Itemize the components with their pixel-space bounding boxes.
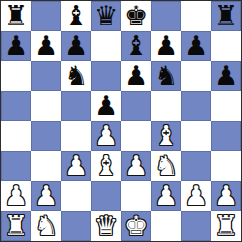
piece-black-knight[interactable]: ♞ (64, 61, 88, 91)
piece-black-queen[interactable]: ♛ (94, 1, 118, 31)
square-g8[interactable] (181, 1, 211, 31)
piece-black-pawn[interactable]: ♟ (4, 31, 28, 61)
square-c5[interactable] (61, 91, 91, 121)
piece-white-rook[interactable]: ♜ (4, 211, 28, 241)
square-e4[interactable] (121, 121, 151, 151)
square-e5[interactable] (121, 91, 151, 121)
piece-white-bishop[interactable]: ♝ (94, 151, 118, 181)
piece-black-pawn[interactable]: ♟ (94, 91, 118, 121)
square-h5[interactable] (211, 91, 241, 121)
square-h6[interactable]: ♟ (211, 61, 241, 91)
square-c2[interactable] (61, 181, 91, 211)
square-g6[interactable] (181, 61, 211, 91)
square-d8[interactable]: ♛ (91, 1, 121, 31)
square-e3[interactable]: ♟ (121, 151, 151, 181)
piece-black-pawn[interactable]: ♟ (64, 31, 88, 61)
square-c6[interactable]: ♞ (61, 61, 91, 91)
square-f1[interactable] (151, 211, 181, 241)
square-b6[interactable] (31, 61, 61, 91)
square-c3[interactable]: ♟ (61, 151, 91, 181)
square-c1[interactable] (61, 211, 91, 241)
piece-black-pawn[interactable]: ♟ (184, 31, 208, 61)
square-b7[interactable]: ♟ (31, 31, 61, 61)
square-b4[interactable] (31, 121, 61, 151)
square-f3[interactable]: ♞ (151, 151, 181, 181)
square-a3[interactable] (1, 151, 31, 181)
piece-white-pawn[interactable]: ♟ (124, 151, 148, 181)
square-f7[interactable]: ♟ (151, 31, 181, 61)
piece-black-knight[interactable]: ♞ (154, 61, 178, 91)
piece-black-king[interactable]: ♚ (124, 1, 148, 31)
square-g1[interactable] (181, 211, 211, 241)
piece-white-rook[interactable]: ♜ (214, 211, 238, 241)
square-g2[interactable]: ♟ (181, 181, 211, 211)
square-g3[interactable] (181, 151, 211, 181)
piece-white-king[interactable]: ♚ (124, 211, 148, 241)
piece-white-pawn[interactable]: ♟ (184, 181, 208, 211)
square-d3[interactable]: ♝ (91, 151, 121, 181)
square-a4[interactable] (1, 121, 31, 151)
square-b1[interactable]: ♞ (31, 211, 61, 241)
square-f4[interactable]: ♝ (151, 121, 181, 151)
square-e7[interactable]: ♝ (121, 31, 151, 61)
square-f8[interactable] (151, 1, 181, 31)
square-d6[interactable] (91, 61, 121, 91)
square-d5[interactable]: ♟ (91, 91, 121, 121)
piece-black-pawn[interactable]: ♟ (154, 31, 178, 61)
square-d7[interactable] (91, 31, 121, 61)
square-h8[interactable]: ♜ (211, 1, 241, 31)
piece-black-rook[interactable]: ♜ (214, 1, 238, 31)
square-e8[interactable]: ♚ (121, 1, 151, 31)
piece-black-pawn[interactable]: ♟ (34, 31, 58, 61)
piece-black-pawn[interactable]: ♟ (124, 61, 148, 91)
piece-black-bishop[interactable]: ♝ (124, 31, 148, 61)
piece-white-knight[interactable]: ♞ (34, 211, 58, 241)
square-g5[interactable] (181, 91, 211, 121)
piece-black-pawn[interactable]: ♟ (214, 61, 238, 91)
piece-black-rook[interactable]: ♜ (4, 1, 28, 31)
piece-white-pawn[interactable]: ♟ (64, 151, 88, 181)
square-d4[interactable]: ♟ (91, 121, 121, 151)
piece-white-pawn[interactable]: ♟ (154, 181, 178, 211)
square-g4[interactable] (181, 121, 211, 151)
piece-white-pawn[interactable]: ♟ (34, 181, 58, 211)
square-b5[interactable] (31, 91, 61, 121)
piece-white-pawn[interactable]: ♟ (4, 181, 28, 211)
piece-black-bishop[interactable]: ♝ (64, 1, 88, 31)
square-e1[interactable]: ♚ (121, 211, 151, 241)
square-c7[interactable]: ♟ (61, 31, 91, 61)
square-a2[interactable]: ♟ (1, 181, 31, 211)
piece-white-knight[interactable]: ♞ (154, 151, 178, 181)
square-g7[interactable]: ♟ (181, 31, 211, 61)
square-e6[interactable]: ♟ (121, 61, 151, 91)
piece-white-queen[interactable]: ♛ (94, 211, 118, 241)
square-c8[interactable]: ♝ (61, 1, 91, 31)
piece-white-pawn[interactable]: ♟ (94, 121, 118, 151)
square-a5[interactable] (1, 91, 31, 121)
piece-white-pawn[interactable]: ♟ (214, 181, 238, 211)
square-h1[interactable]: ♜ (211, 211, 241, 241)
square-f2[interactable]: ♟ (151, 181, 181, 211)
square-b8[interactable] (31, 1, 61, 31)
square-b3[interactable] (31, 151, 61, 181)
square-a1[interactable]: ♜ (1, 211, 31, 241)
square-b2[interactable]: ♟ (31, 181, 61, 211)
square-h2[interactable]: ♟ (211, 181, 241, 211)
square-d1[interactable]: ♛ (91, 211, 121, 241)
chess-board: ♜♝♛♚♜♟♟♟♝♟♟♞♟♞♟♟♟♝♟♝♟♞♟♟♟♟♟♜♞♛♚♜ (0, 0, 242, 242)
square-c4[interactable] (61, 121, 91, 151)
piece-white-bishop[interactable]: ♝ (154, 121, 178, 151)
square-a6[interactable] (1, 61, 31, 91)
square-h3[interactable] (211, 151, 241, 181)
square-e2[interactable] (121, 181, 151, 211)
square-h7[interactable] (211, 31, 241, 61)
square-f5[interactable] (151, 91, 181, 121)
square-a7[interactable]: ♟ (1, 31, 31, 61)
square-f6[interactable]: ♞ (151, 61, 181, 91)
square-d2[interactable] (91, 181, 121, 211)
square-a8[interactable]: ♜ (1, 1, 31, 31)
square-h4[interactable] (211, 121, 241, 151)
